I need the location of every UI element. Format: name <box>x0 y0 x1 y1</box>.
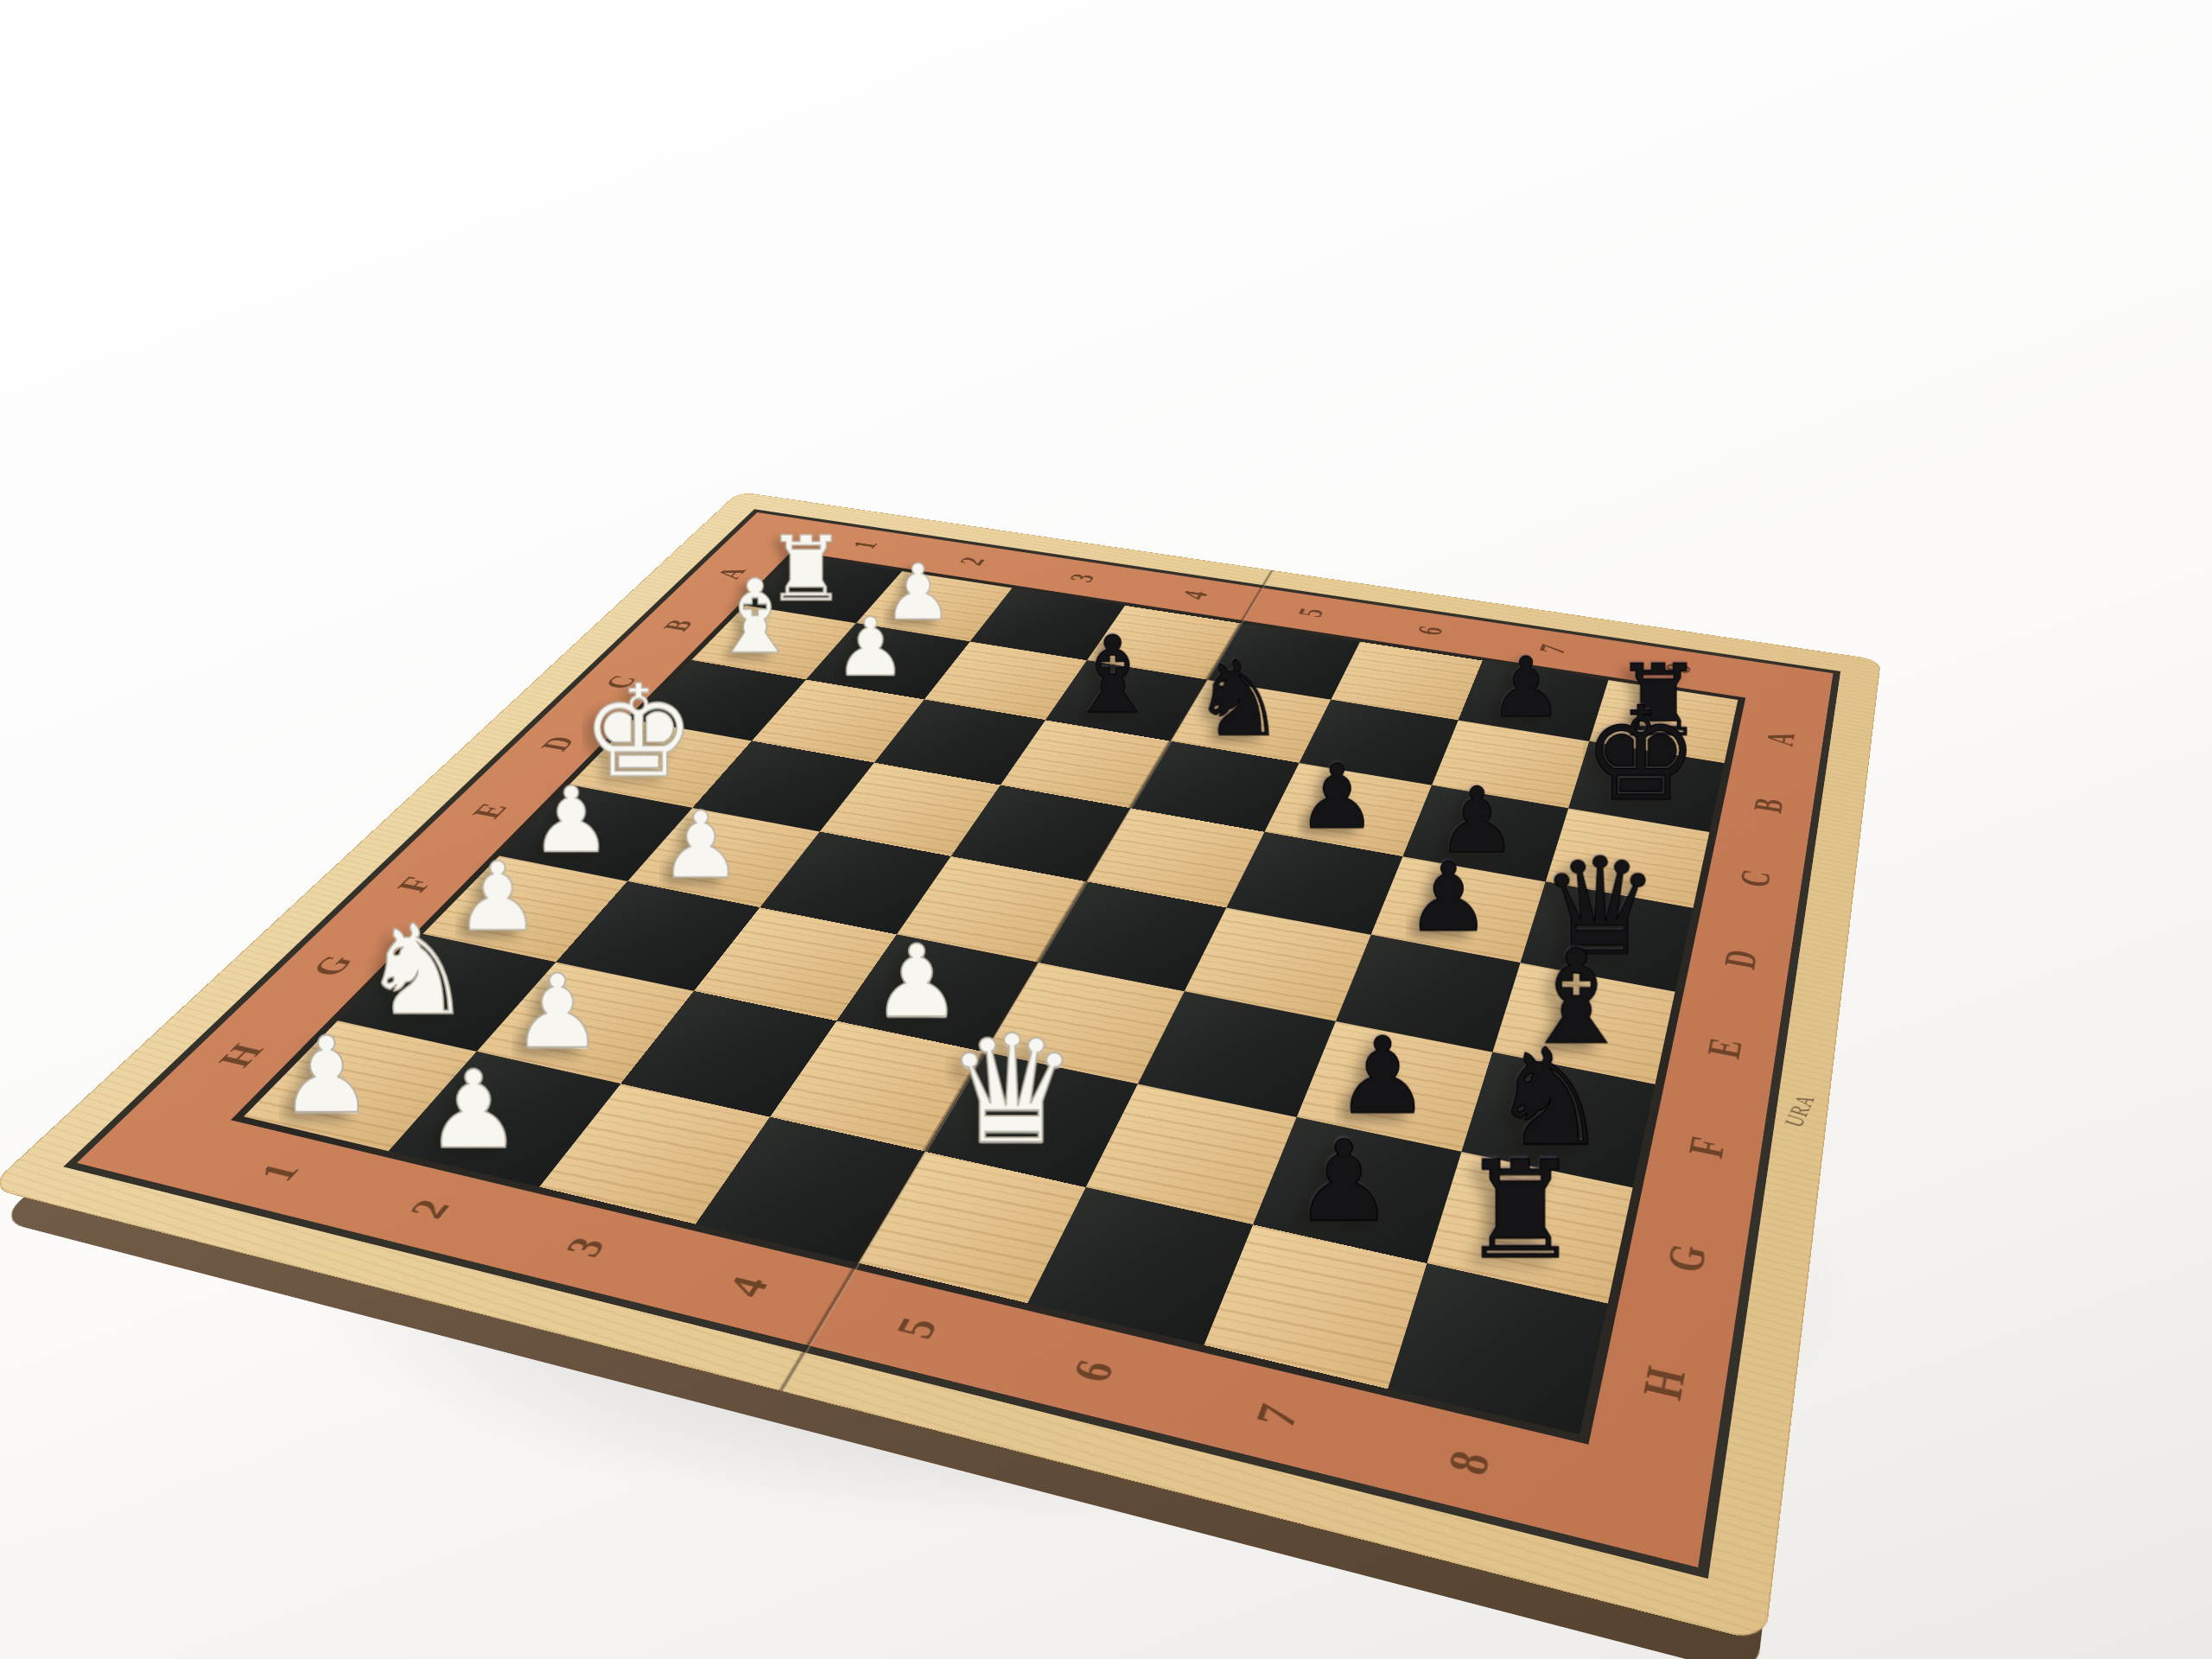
black-rook-g8[interactable]: ♜ <box>1460 1146 1581 1274</box>
black-pawn-g7[interactable]: ♟ <box>1294 1128 1394 1235</box>
black-bishop-b4[interactable]: ♝ <box>1065 626 1160 727</box>
black-king-b8[interactable]: ♚ <box>1583 693 1699 816</box>
white-pawn-h1[interactable]: ♟ <box>279 1025 374 1125</box>
white-knight-g1[interactable]: ♞ <box>361 911 473 1029</box>
black-knight-b5[interactable]: ♞ <box>1192 649 1286 748</box>
black-pawn-d7[interactable]: ♟ <box>1406 852 1491 943</box>
white-pawn-e1[interactable]: ♟ <box>531 777 612 863</box>
black-pawn-f7[interactable]: ♟ <box>1335 1026 1430 1126</box>
white-pawn-g2[interactable]: ♟ <box>512 963 603 1060</box>
white-pawn-b2[interactable]: ♟ <box>835 609 907 685</box>
white-bishop-b1[interactable]: ♝ <box>709 569 801 666</box>
product-photo-scene: ♜♟♟♜♝♟♝♞♚♟♟♚♟♛♟♟♝♟♟♟♞♞♟♛♟♜♟♟ 11AA22BB33C… <box>0 0 2212 1659</box>
white-pawn-h2[interactable]: ♟ <box>425 1058 522 1160</box>
white-pawn-e2[interactable]: ♟ <box>659 801 742 888</box>
black-pawn-c6[interactable]: ♟ <box>1297 754 1377 839</box>
white-queen-g5[interactable]: ♛ <box>945 1020 1079 1162</box>
